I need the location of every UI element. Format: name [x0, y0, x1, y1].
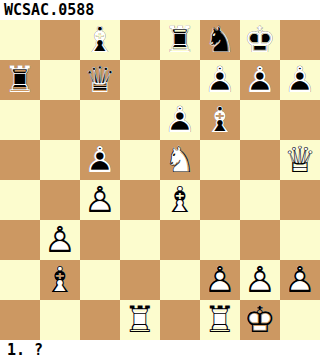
piece-outline: ♖	[120, 300, 160, 340]
square-d2[interactable]	[120, 260, 160, 300]
square-f8[interactable]: ♞♘	[200, 20, 240, 60]
black-queen[interactable]: ♛♕	[80, 60, 120, 100]
square-a4[interactable]	[0, 180, 40, 220]
square-e4[interactable]: ♝♗	[160, 180, 200, 220]
square-g8[interactable]: ♚♔	[240, 20, 280, 60]
square-e1[interactable]	[160, 300, 200, 340]
white-bishop[interactable]: ♝♗	[40, 260, 80, 300]
white-queen[interactable]: ♛♕	[280, 140, 320, 180]
square-d7[interactable]	[120, 60, 160, 100]
square-h7[interactable]: ♟♙	[280, 60, 320, 100]
black-pawn[interactable]: ♟♙	[240, 60, 280, 100]
square-c4[interactable]: ♟♙	[80, 180, 120, 220]
square-b3[interactable]: ♟♙	[40, 220, 80, 260]
piece-outline: ♙	[80, 180, 120, 220]
square-f3[interactable]	[200, 220, 240, 260]
square-b5[interactable]	[40, 140, 80, 180]
square-d6[interactable]	[120, 100, 160, 140]
square-e3[interactable]	[160, 220, 200, 260]
white-pawn[interactable]: ♟♙	[40, 220, 80, 260]
square-f1[interactable]: ♜♖	[200, 300, 240, 340]
piece-outline: ♗	[160, 180, 200, 220]
black-rook[interactable]: ♜♖	[0, 60, 40, 100]
move-prompt: 1. ?	[0, 340, 320, 360]
piece-outline: ♙	[40, 220, 80, 260]
piece-outline: ♙	[240, 260, 280, 300]
black-pawn[interactable]: ♟♙	[160, 100, 200, 140]
black-rook[interactable]: ♜♖	[160, 20, 200, 60]
piece-outline: ♙	[200, 60, 240, 100]
square-g2[interactable]: ♟♙	[240, 260, 280, 300]
square-g5[interactable]	[240, 140, 280, 180]
piece-outline: ♙	[200, 260, 240, 300]
square-h5[interactable]: ♛♕	[280, 140, 320, 180]
puzzle-title: WCSAC.0588	[0, 0, 320, 20]
square-c1[interactable]	[80, 300, 120, 340]
piece-outline: ♙	[280, 260, 320, 300]
piece-outline: ♗	[200, 100, 240, 140]
piece-outline: ♖	[200, 300, 240, 340]
square-d5[interactable]	[120, 140, 160, 180]
square-g4[interactable]	[240, 180, 280, 220]
white-bishop[interactable]: ♝♗	[160, 180, 200, 220]
square-c5[interactable]: ♟♙	[80, 140, 120, 180]
square-h8[interactable]	[280, 20, 320, 60]
square-a7[interactable]: ♜♖	[0, 60, 40, 100]
black-knight[interactable]: ♞♘	[200, 20, 240, 60]
square-g6[interactable]	[240, 100, 280, 140]
piece-outline: ♔	[240, 300, 280, 340]
square-c3[interactable]	[80, 220, 120, 260]
square-d3[interactable]	[120, 220, 160, 260]
square-e7[interactable]	[160, 60, 200, 100]
piece-outline: ♖	[160, 20, 200, 60]
square-f4[interactable]	[200, 180, 240, 220]
black-bishop[interactable]: ♝♗	[200, 100, 240, 140]
square-d4[interactable]	[120, 180, 160, 220]
piece-outline: ♗	[40, 260, 80, 300]
square-g7[interactable]: ♟♙	[240, 60, 280, 100]
square-f2[interactable]: ♟♙	[200, 260, 240, 300]
square-g3[interactable]	[240, 220, 280, 260]
white-pawn[interactable]: ♟♙	[200, 260, 240, 300]
black-pawn[interactable]: ♟♙	[80, 140, 120, 180]
piece-outline: ♘	[160, 140, 200, 180]
square-e5[interactable]: ♞♘	[160, 140, 200, 180]
square-f5[interactable]	[200, 140, 240, 180]
square-h6[interactable]	[280, 100, 320, 140]
square-b2[interactable]: ♝♗	[40, 260, 80, 300]
white-knight[interactable]: ♞♘	[160, 140, 200, 180]
square-e6[interactable]: ♟♙	[160, 100, 200, 140]
white-rook[interactable]: ♜♖	[120, 300, 160, 340]
square-b8[interactable]	[40, 20, 80, 60]
piece-outline: ♙	[280, 60, 320, 100]
square-a3[interactable]	[0, 220, 40, 260]
square-b1[interactable]	[40, 300, 80, 340]
chess-puzzle-app: WCSAC.0588 ♝♗♜♖♞♘♚♔♜♖♛♕♟♙♟♙♟♙♟♙♝♗♟♙♞♘♛♕♟…	[0, 0, 320, 360]
square-d8[interactable]	[120, 20, 160, 60]
square-h1[interactable]	[280, 300, 320, 340]
white-king[interactable]: ♚♔	[240, 300, 280, 340]
black-pawn[interactable]: ♟♙	[280, 60, 320, 100]
black-pawn[interactable]: ♟♙	[200, 60, 240, 100]
square-f6[interactable]: ♝♗	[200, 100, 240, 140]
square-b6[interactable]	[40, 100, 80, 140]
square-c8[interactable]: ♝♗	[80, 20, 120, 60]
chess-board: ♝♗♜♖♞♘♚♔♜♖♛♕♟♙♟♙♟♙♟♙♝♗♟♙♞♘♛♕♟♙♝♗♟♙♝♗♟♙♟♙…	[0, 20, 320, 340]
square-e2[interactable]	[160, 260, 200, 300]
square-b7[interactable]	[40, 60, 80, 100]
square-d1[interactable]: ♜♖	[120, 300, 160, 340]
square-h2[interactable]: ♟♙	[280, 260, 320, 300]
black-bishop[interactable]: ♝♗	[80, 20, 120, 60]
black-king[interactable]: ♚♔	[240, 20, 280, 60]
square-c2[interactable]	[80, 260, 120, 300]
square-a5[interactable]	[0, 140, 40, 180]
piece-outline: ♘	[200, 20, 240, 60]
white-rook[interactable]: ♜♖	[200, 300, 240, 340]
piece-outline: ♕	[280, 140, 320, 180]
piece-outline: ♙	[240, 60, 280, 100]
square-g1[interactable]: ♚♔	[240, 300, 280, 340]
piece-outline: ♔	[240, 20, 280, 60]
piece-outline: ♕	[80, 60, 120, 100]
piece-outline: ♙	[80, 140, 120, 180]
piece-outline: ♖	[0, 60, 40, 100]
white-pawn[interactable]: ♟♙	[80, 180, 120, 220]
white-pawn[interactable]: ♟♙	[240, 260, 280, 300]
square-h4[interactable]	[280, 180, 320, 220]
white-pawn[interactable]: ♟♙	[280, 260, 320, 300]
square-f7[interactable]: ♟♙	[200, 60, 240, 100]
square-h3[interactable]	[280, 220, 320, 260]
square-e8[interactable]: ♜♖	[160, 20, 200, 60]
square-c6[interactable]	[80, 100, 120, 140]
square-c7[interactable]: ♛♕	[80, 60, 120, 100]
piece-outline: ♙	[160, 100, 200, 140]
square-a6[interactable]	[0, 100, 40, 140]
piece-outline: ♗	[80, 20, 120, 60]
square-a2[interactable]	[0, 260, 40, 300]
square-a1[interactable]	[0, 300, 40, 340]
square-a8[interactable]	[0, 20, 40, 60]
square-b4[interactable]	[40, 180, 80, 220]
